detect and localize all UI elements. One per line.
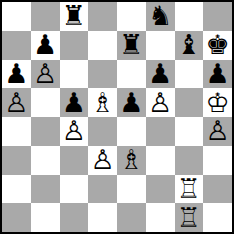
square-h1[interactable] [203, 203, 232, 232]
square-f3[interactable] [146, 146, 175, 175]
square-g7[interactable]: ♝ [175, 31, 204, 60]
white-pawn-piece[interactable]: ♙ [148, 89, 172, 117]
square-b2[interactable] [31, 175, 60, 204]
square-h3[interactable] [203, 146, 232, 175]
square-a5[interactable]: ♙ [2, 88, 31, 117]
square-a2[interactable] [2, 175, 31, 204]
square-f6[interactable]: ♟ [146, 60, 175, 89]
white-bishop-piece[interactable]: ♗ [91, 89, 115, 117]
square-a4[interactable] [2, 117, 31, 146]
black-pawn-piece[interactable]: ♟ [206, 60, 230, 88]
square-f2[interactable] [146, 175, 175, 204]
square-b1[interactable] [31, 203, 60, 232]
square-f5[interactable]: ♙ [146, 88, 175, 117]
black-pawn-piece[interactable]: ♟ [33, 31, 57, 59]
white-pawn-piece[interactable]: ♙ [62, 117, 86, 145]
square-a7[interactable] [2, 31, 31, 60]
square-e7[interactable]: ♜ [117, 31, 146, 60]
square-f8[interactable]: ♞ [146, 2, 175, 31]
square-c3[interactable] [60, 146, 89, 175]
square-c8[interactable]: ♜ [60, 2, 89, 31]
square-g4[interactable] [175, 117, 204, 146]
black-knight-piece[interactable]: ♞ [148, 2, 172, 30]
square-a8[interactable] [2, 2, 31, 31]
square-e6[interactable] [117, 60, 146, 89]
square-h7[interactable]: ♚ [203, 31, 232, 60]
square-g3[interactable] [175, 146, 204, 175]
square-f1[interactable] [146, 203, 175, 232]
black-pawn-piece[interactable]: ♟ [119, 89, 143, 117]
black-rook-piece[interactable]: ♜ [119, 31, 143, 59]
square-b5[interactable] [31, 88, 60, 117]
square-c2[interactable] [60, 175, 89, 204]
black-pawn-piece[interactable]: ♟ [4, 60, 28, 88]
square-b4[interactable] [31, 117, 60, 146]
square-d5[interactable]: ♗ [88, 88, 117, 117]
square-e4[interactable] [117, 117, 146, 146]
square-b8[interactable] [31, 2, 60, 31]
square-e3[interactable]: ♗ [117, 146, 146, 175]
square-d2[interactable] [88, 175, 117, 204]
chess-diagram: ♜♞♟♜♝♚♟♙♟♟♙♟♗♟♙♔♙♙♙♗♖♖ [0, 0, 234, 234]
square-h4[interactable]: ♙ [203, 117, 232, 146]
square-g5[interactable] [175, 88, 204, 117]
square-d3[interactable]: ♙ [88, 146, 117, 175]
black-king-piece[interactable]: ♚ [206, 31, 230, 59]
square-d8[interactable] [88, 2, 117, 31]
square-c6[interactable] [60, 60, 89, 89]
square-g6[interactable] [175, 60, 204, 89]
white-pawn-piece[interactable]: ♙ [4, 89, 28, 117]
white-king-piece[interactable]: ♔ [206, 89, 230, 117]
square-b3[interactable] [31, 146, 60, 175]
square-g8[interactable] [175, 2, 204, 31]
square-e8[interactable] [117, 2, 146, 31]
white-bishop-piece[interactable]: ♗ [119, 146, 143, 174]
square-g2[interactable]: ♖ [175, 175, 204, 204]
square-c5[interactable]: ♟ [60, 88, 89, 117]
square-e2[interactable] [117, 175, 146, 204]
square-a3[interactable] [2, 146, 31, 175]
square-a1[interactable] [2, 203, 31, 232]
square-d4[interactable] [88, 117, 117, 146]
square-f4[interactable] [146, 117, 175, 146]
black-rook-piece[interactable]: ♜ [62, 2, 86, 30]
chess-board: ♜♞♟♜♝♚♟♙♟♟♙♟♗♟♙♔♙♙♙♗♖♖ [0, 0, 234, 234]
square-f7[interactable] [146, 31, 175, 60]
black-pawn-piece[interactable]: ♟ [62, 89, 86, 117]
black-pawn-piece[interactable]: ♟ [148, 60, 172, 88]
white-rook-piece[interactable]: ♖ [177, 204, 201, 232]
square-d1[interactable] [88, 203, 117, 232]
square-h2[interactable] [203, 175, 232, 204]
black-bishop-piece[interactable]: ♝ [177, 31, 201, 59]
square-h8[interactable] [203, 2, 232, 31]
square-e5[interactable]: ♟ [117, 88, 146, 117]
square-d7[interactable] [88, 31, 117, 60]
white-pawn-piece[interactable]: ♙ [206, 117, 230, 145]
square-e1[interactable] [117, 203, 146, 232]
white-pawn-piece[interactable]: ♙ [33, 60, 57, 88]
square-b7[interactable]: ♟ [31, 31, 60, 60]
square-h5[interactable]: ♔ [203, 88, 232, 117]
square-h6[interactable]: ♟ [203, 60, 232, 89]
square-c1[interactable] [60, 203, 89, 232]
square-b6[interactable]: ♙ [31, 60, 60, 89]
square-c7[interactable] [60, 31, 89, 60]
square-a6[interactable]: ♟ [2, 60, 31, 89]
square-c4[interactable]: ♙ [60, 117, 89, 146]
square-d6[interactable] [88, 60, 117, 89]
square-g1[interactable]: ♖ [175, 203, 204, 232]
white-pawn-piece[interactable]: ♙ [91, 146, 115, 174]
white-rook-piece[interactable]: ♖ [177, 175, 201, 203]
